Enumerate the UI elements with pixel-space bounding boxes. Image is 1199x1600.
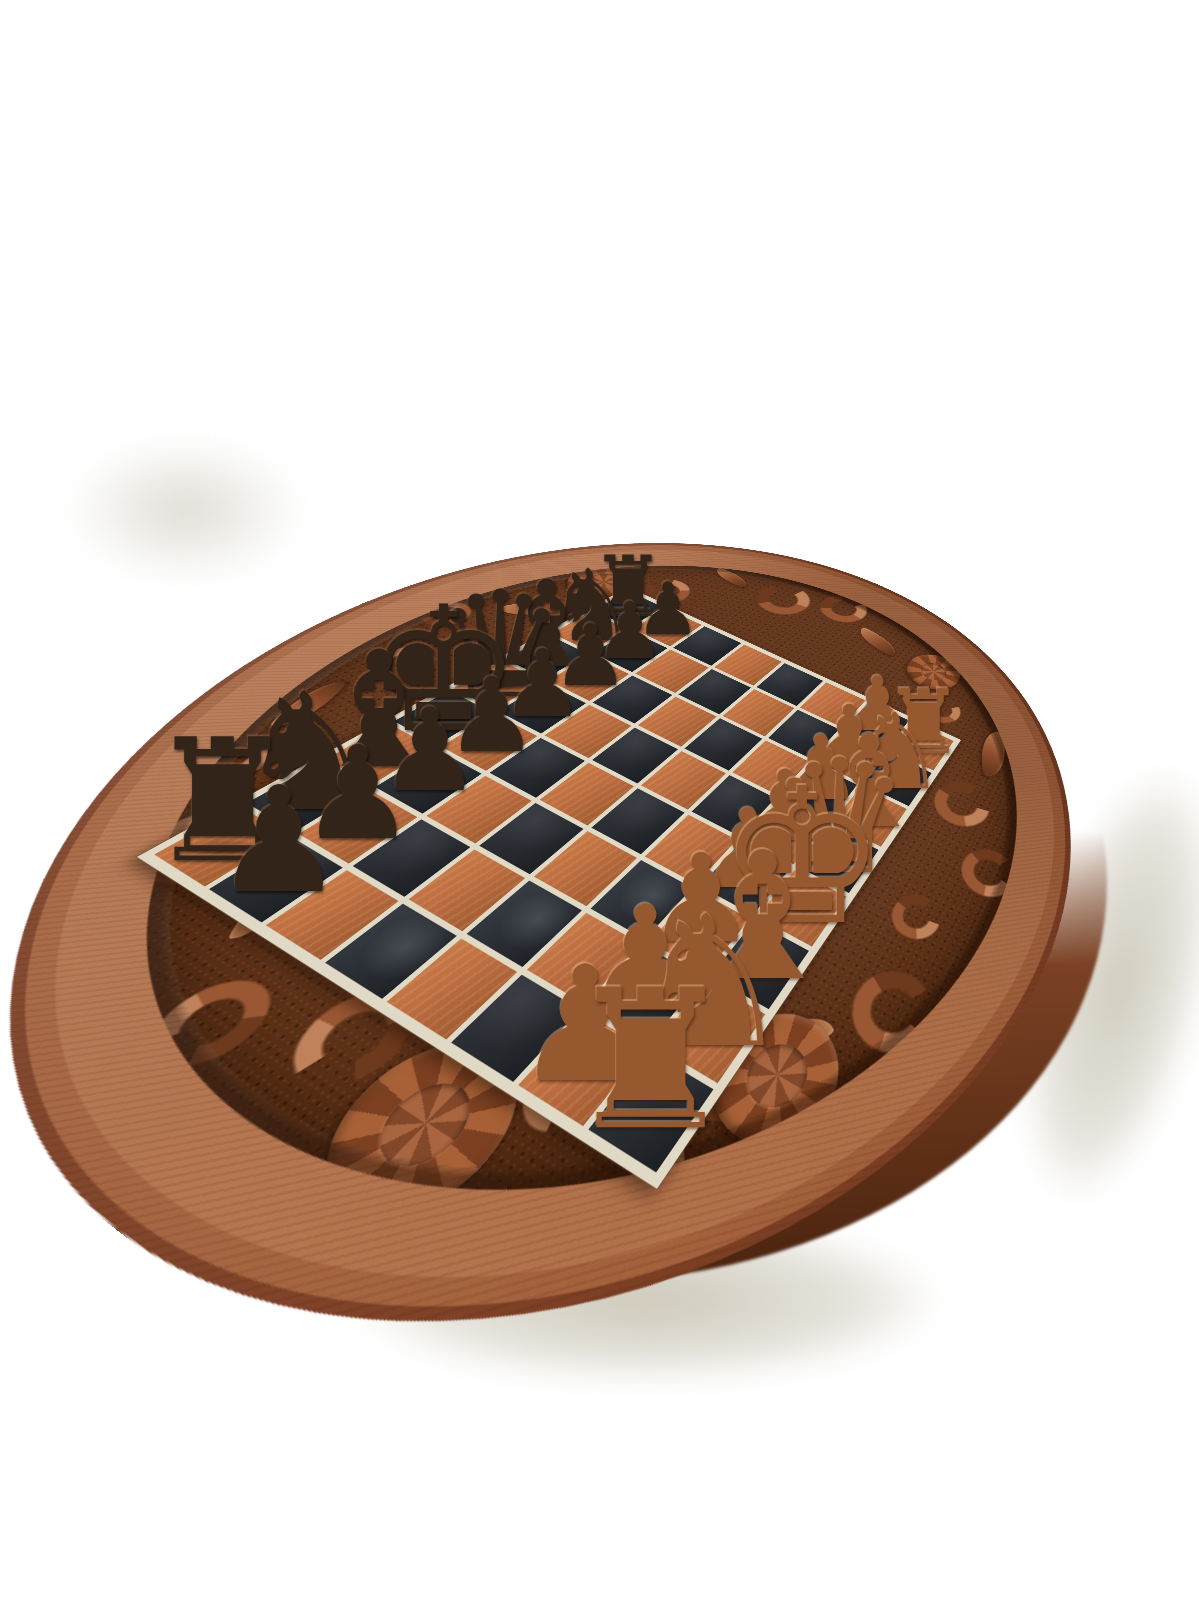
- light-rook-h1[interactable]: ♜: [555, 964, 747, 1156]
- photo-scene: ♜♞♝♛♚♝♞♜♟♟♟♟♟♟♟♟♟♟♟♟♟♟♟♟♜♞♝♛♚♝♞♜: [0, 0, 1199, 1600]
- dark-pawn-h7[interactable]: ♟: [206, 768, 353, 915]
